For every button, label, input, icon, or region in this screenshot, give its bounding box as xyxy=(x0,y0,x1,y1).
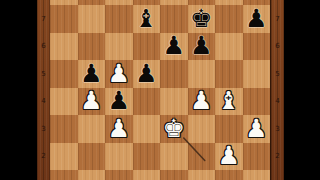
square-e2[interactable] xyxy=(160,143,188,171)
board-viewport: ♝♚♟♟♟♟♟♟♟♟♟♝♟♚♟♟ xyxy=(50,0,270,180)
square-f3[interactable] xyxy=(188,115,216,143)
square-c1[interactable] xyxy=(105,170,133,180)
piece-black-bishop[interactable]: ♝ xyxy=(133,5,161,33)
square-d7[interactable]: ♝ xyxy=(133,5,161,33)
square-b7[interactable] xyxy=(78,5,106,33)
square-a3[interactable] xyxy=(50,115,78,143)
piece-black-pawn[interactable]: ♟ xyxy=(188,33,216,61)
piece-black-pawn[interactable]: ♟ xyxy=(243,5,271,33)
square-e1[interactable] xyxy=(160,170,188,180)
rank-label-7: 7 xyxy=(37,15,50,24)
square-e3[interactable]: ♚ xyxy=(160,115,188,143)
square-a2[interactable] xyxy=(50,143,78,171)
square-f6[interactable]: ♟ xyxy=(188,33,216,61)
piece-white-pawn[interactable]: ♟ xyxy=(215,143,243,171)
square-g7[interactable] xyxy=(215,5,243,33)
square-c4[interactable]: ♟ xyxy=(105,88,133,116)
square-c3[interactable]: ♟ xyxy=(105,115,133,143)
video-frame: 765432 ♝♚♟♟♟♟♟♟♟♟♟♝♟♚♟♟ 765432 xyxy=(0,0,320,180)
square-g5[interactable] xyxy=(215,60,243,88)
rank-label-2: 2 xyxy=(37,152,50,161)
square-c5[interactable]: ♟ xyxy=(105,60,133,88)
board-frame-left: 765432 xyxy=(37,0,51,180)
piece-white-pawn[interactable]: ♟ xyxy=(243,115,271,143)
rank-label-3: 3 xyxy=(271,125,284,134)
rank-label-3: 3 xyxy=(37,125,50,134)
square-b6[interactable] xyxy=(78,33,106,61)
square-h7[interactable]: ♟ xyxy=(243,5,271,33)
square-f1[interactable] xyxy=(188,170,216,180)
square-d3[interactable] xyxy=(133,115,161,143)
square-e7[interactable] xyxy=(160,5,188,33)
piece-white-pawn[interactable]: ♟ xyxy=(78,88,106,116)
square-f7[interactable]: ♚ xyxy=(188,5,216,33)
square-d6[interactable] xyxy=(133,33,161,61)
square-h2[interactable] xyxy=(243,143,271,171)
square-b4[interactable]: ♟ xyxy=(78,88,106,116)
chess-board: ♝♚♟♟♟♟♟♟♟♟♟♝♟♚♟♟ xyxy=(50,0,270,180)
piece-white-pawn[interactable]: ♟ xyxy=(105,115,133,143)
square-f2[interactable] xyxy=(188,143,216,171)
square-g4[interactable]: ♝ xyxy=(215,88,243,116)
square-b5[interactable]: ♟ xyxy=(78,60,106,88)
piece-white-bishop[interactable]: ♝ xyxy=(215,88,243,116)
piece-white-king[interactable]: ♚ xyxy=(160,115,188,143)
piece-white-pawn[interactable]: ♟ xyxy=(105,60,133,88)
square-b3[interactable] xyxy=(78,115,106,143)
square-f4[interactable]: ♟ xyxy=(188,88,216,116)
square-a7[interactable] xyxy=(50,5,78,33)
rank-label-6: 6 xyxy=(37,42,50,51)
square-a4[interactable] xyxy=(50,88,78,116)
square-d5[interactable]: ♟ xyxy=(133,60,161,88)
piece-black-pawn[interactable]: ♟ xyxy=(133,60,161,88)
piece-black-pawn[interactable]: ♟ xyxy=(105,88,133,116)
square-d1[interactable] xyxy=(133,170,161,180)
square-a1[interactable] xyxy=(50,170,78,180)
piece-white-pawn[interactable]: ♟ xyxy=(188,88,216,116)
square-h5[interactable] xyxy=(243,60,271,88)
board-frame-right: 765432 xyxy=(270,0,284,180)
rank-label-5: 5 xyxy=(37,70,50,79)
square-c7[interactable] xyxy=(105,5,133,33)
rank-label-2: 2 xyxy=(271,152,284,161)
square-g3[interactable] xyxy=(215,115,243,143)
rank-label-5: 5 xyxy=(271,70,284,79)
rank-label-4: 4 xyxy=(271,97,284,106)
square-b2[interactable] xyxy=(78,143,106,171)
square-h1[interactable] xyxy=(243,170,271,180)
square-g6[interactable] xyxy=(215,33,243,61)
square-h6[interactable] xyxy=(243,33,271,61)
square-d4[interactable] xyxy=(133,88,161,116)
piece-black-pawn[interactable]: ♟ xyxy=(160,33,188,61)
square-h4[interactable] xyxy=(243,88,271,116)
piece-black-king[interactable]: ♚ xyxy=(188,5,216,33)
square-e6[interactable]: ♟ xyxy=(160,33,188,61)
square-d2[interactable] xyxy=(133,143,161,171)
square-c2[interactable] xyxy=(105,143,133,171)
rank-label-6: 6 xyxy=(271,42,284,51)
square-c6[interactable] xyxy=(105,33,133,61)
square-b1[interactable] xyxy=(78,170,106,180)
square-g2[interactable]: ♟ xyxy=(215,143,243,171)
square-a6[interactable] xyxy=(50,33,78,61)
rank-label-7: 7 xyxy=(271,15,284,24)
square-a5[interactable] xyxy=(50,60,78,88)
square-e5[interactable] xyxy=(160,60,188,88)
rank-label-4: 4 xyxy=(37,97,50,106)
square-f5[interactable] xyxy=(188,60,216,88)
square-e4[interactable] xyxy=(160,88,188,116)
square-h3[interactable]: ♟ xyxy=(243,115,271,143)
square-g1[interactable] xyxy=(215,170,243,180)
piece-black-pawn[interactable]: ♟ xyxy=(78,60,106,88)
